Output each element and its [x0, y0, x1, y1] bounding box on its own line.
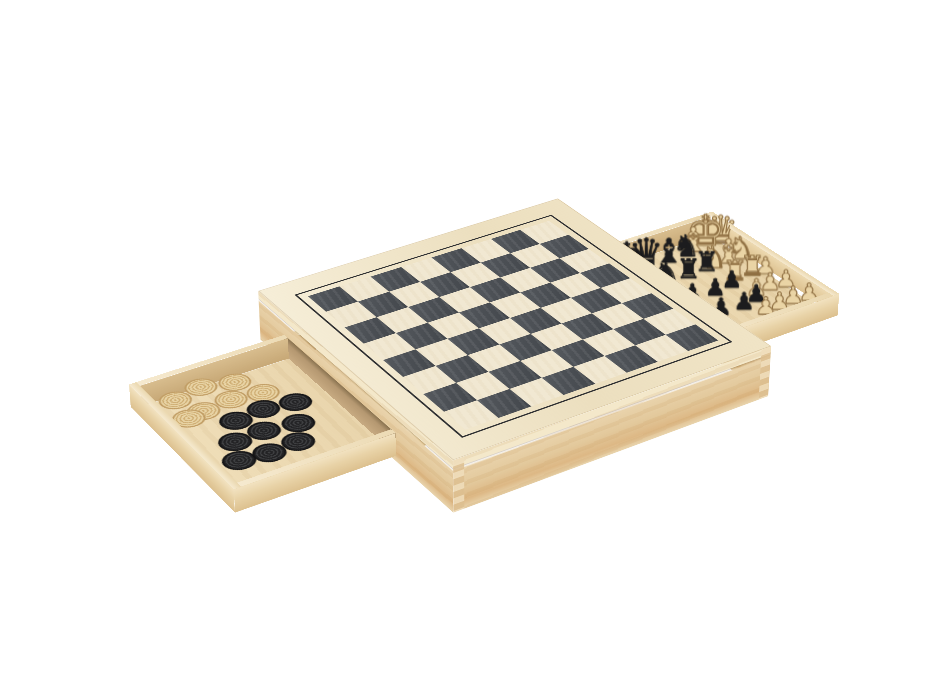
photo-stage: ♚♛♝♞♝♞♜♜♟♟♟♟♟♟♟♟♝♚♛♞♝♞♜♜♟♟♟♟♟♟♟♟: [0, 0, 928, 686]
box-joint-left: [453, 456, 464, 513]
box-joint-right: [759, 346, 772, 400]
product-photo: ♚♛♝♞♝♞♜♜♟♟♟♟♟♟♟♟♝♚♛♞♝♞♜♜♟♟♟♟♟♟♟♟: [0, 0, 928, 686]
